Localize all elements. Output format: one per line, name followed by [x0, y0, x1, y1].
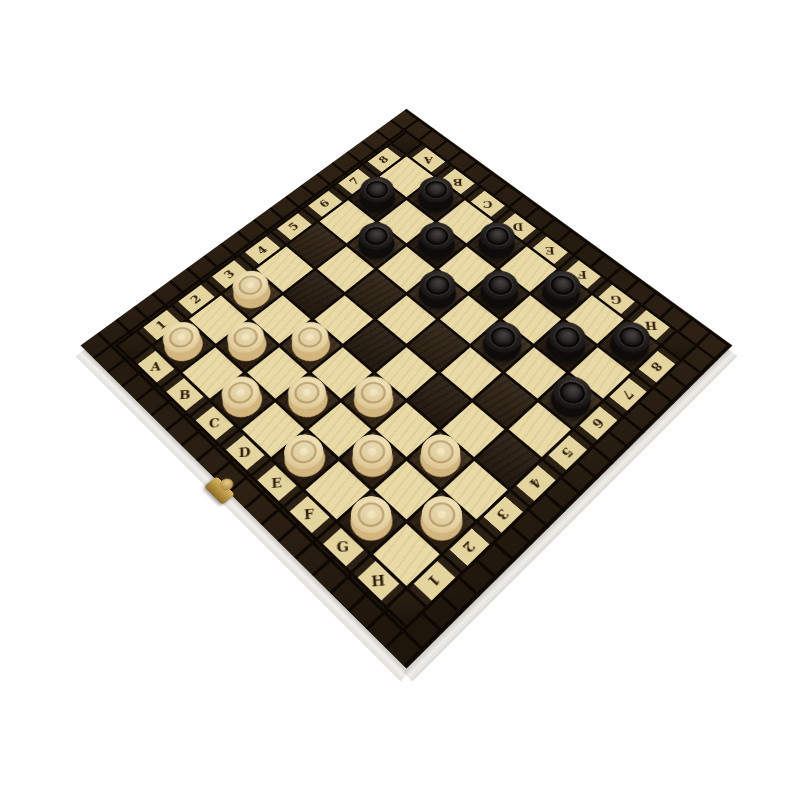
rank-label-right-3: 3	[479, 492, 528, 538]
frame-corner	[119, 333, 150, 359]
rank-label-right-4: 4	[512, 461, 560, 505]
rank-label-left-4-text: 4	[255, 244, 270, 256]
checkers-board: ABCDEFGH8877665544332211ABCDEFGH	[81, 109, 733, 669]
file-label-top-d-text: D	[513, 222, 524, 231]
rank-label-right-1-text: 1	[426, 572, 444, 589]
file-label-bottom-d-text: D	[239, 446, 251, 459]
file-label-bottom-e-text: E	[271, 476, 282, 489]
rank-label-right-2-text: 2	[461, 539, 478, 555]
file-label-bottom-g-text: G	[337, 540, 350, 554]
rank-label-right-5-text: 5	[559, 445, 576, 460]
file-label-bottom-f-text: F	[304, 507, 315, 521]
file-label-top-f-text: F	[578, 269, 588, 279]
file-label-top-h-text: H	[644, 320, 658, 331]
light-checker-b2[interactable]	[220, 316, 270, 358]
photo-canvas: ABCDEFGH8877665544332211ABCDEFGH	[0, 0, 800, 800]
rank-label-right-6-text: 6	[590, 416, 607, 430]
file-label-top-e-text: E	[545, 245, 555, 255]
rank-label-left-8-text: 8	[377, 154, 391, 164]
rank-label-left-2-text: 2	[189, 293, 204, 305]
rank-label-right-3-text: 3	[495, 507, 512, 523]
brass-clasp-knob	[217, 476, 235, 493]
file-label-bottom-h-text: H	[371, 573, 386, 588]
file-label-bottom-b-text: B	[179, 388, 191, 400]
rank-label-left-6-text: 6	[318, 198, 332, 209]
file-label-top-a-text: A	[424, 155, 433, 164]
rank-label-right-8-text: 8	[649, 360, 665, 373]
square-g7[interactable]	[536, 321, 595, 371]
file-label-top-g-text: G	[611, 294, 623, 304]
rank-label-right-7-text: 7	[620, 387, 636, 401]
rank-label-right-4-text: 4	[528, 475, 545, 490]
rank-label-left-5-text: 5	[287, 221, 301, 232]
file-label-bottom-a-text: A	[151, 361, 162, 373]
file-label-top-g: G	[594, 281, 639, 317]
board-frame: ABCDEFGH8877665544332211ABCDEFGH	[114, 130, 698, 629]
light-checker-e3[interactable]	[347, 371, 399, 416]
file-label-bottom-c-text: C	[209, 417, 220, 430]
file-label-bottom-f: F	[285, 492, 334, 538]
file-label-top-c-text: C	[483, 199, 493, 208]
file-label-top-b-text: B	[453, 177, 463, 186]
rank-label-right-7: 7	[606, 374, 651, 414]
